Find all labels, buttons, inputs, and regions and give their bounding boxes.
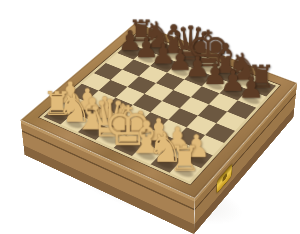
chess-set-photo: ♜♞♝♛♚♝♞♜♟♟♟♟♟♟♟♟♟♟♟♟♟♟♟♟♜♞♝♛♚♝♞♜: [0, 0, 300, 234]
white-rook-glyph: ♜: [168, 141, 199, 176]
black-pawn-glyph: ♟: [238, 74, 264, 103]
chess-box: ♜♞♝♛♚♝♞♜♟♟♟♟♟♟♟♟♟♟♟♟♟♟♟♟♜♞♝♛♚♝♞♜: [20, 22, 297, 198]
